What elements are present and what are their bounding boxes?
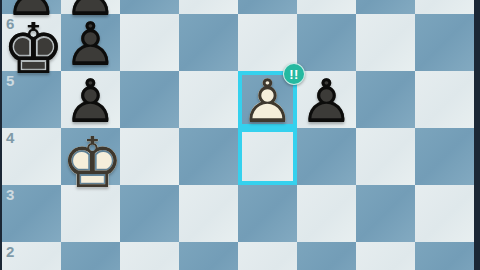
chess-board: !! ♟♙♟♙6♚♔♟♙5♟♙♟♙♟♙4♚♔32	[2, 0, 474, 270]
rank-label-2: 2	[6, 243, 14, 260]
left-edge-bar	[0, 0, 2, 270]
square-c2[interactable]	[120, 242, 179, 270]
rank-label-3: 3	[6, 186, 14, 203]
square-c7[interactable]	[120, 0, 179, 14]
brilliant-move-label: !!	[289, 68, 299, 81]
square-g4[interactable]	[356, 128, 415, 185]
square-b2[interactable]	[61, 242, 120, 270]
square-b6[interactable]: ♟♙	[61, 14, 120, 71]
square-h7[interactable]	[415, 0, 474, 14]
brilliant-move-badge: !!	[283, 63, 305, 85]
square-b4[interactable]: ♚♔	[61, 128, 120, 185]
square-h3[interactable]	[415, 185, 474, 242]
black-pawn-b5[interactable]: ♟♙	[61, 71, 120, 128]
app-background: { "game": "chess", "position": { "fen": …	[0, 0, 480, 270]
square-h5[interactable]	[415, 71, 474, 128]
square-e3[interactable]	[238, 185, 297, 242]
square-e6[interactable]	[238, 14, 297, 71]
square-a4[interactable]: 4	[2, 128, 61, 185]
black-pawn-f5[interactable]: ♟♙	[297, 71, 356, 128]
square-f5[interactable]: ♟♙	[297, 71, 356, 128]
square-e2[interactable]	[238, 242, 297, 270]
square-b5[interactable]: ♟♙	[61, 71, 120, 128]
square-f7[interactable]	[297, 0, 356, 14]
square-d7[interactable]	[179, 0, 238, 14]
square-h4[interactable]	[415, 128, 474, 185]
square-g3[interactable]	[356, 185, 415, 242]
square-a3[interactable]: 3	[2, 185, 61, 242]
square-f2[interactable]	[297, 242, 356, 270]
black-king-a6[interactable]: ♚♔	[2, 14, 61, 71]
square-d4[interactable]	[179, 128, 238, 185]
square-c3[interactable]	[120, 185, 179, 242]
square-a6[interactable]: 6♚♔	[2, 14, 61, 71]
square-d3[interactable]	[179, 185, 238, 242]
square-f6[interactable]	[297, 14, 356, 71]
square-a2[interactable]: 2	[2, 242, 61, 270]
square-c6[interactable]	[120, 14, 179, 71]
square-f3[interactable]	[297, 185, 356, 242]
square-d6[interactable]	[179, 14, 238, 71]
square-h6[interactable]	[415, 14, 474, 71]
square-g6[interactable]	[356, 14, 415, 71]
white-king-b4[interactable]: ♚♔	[61, 128, 120, 185]
black-pawn-b6[interactable]: ♟♙	[61, 14, 120, 71]
square-g7[interactable]	[356, 0, 415, 14]
square-d5[interactable]	[179, 71, 238, 128]
square-g5[interactable]	[356, 71, 415, 128]
square-c5[interactable]	[120, 71, 179, 128]
square-f4[interactable]	[297, 128, 356, 185]
square-e7[interactable]	[238, 0, 297, 14]
square-h2[interactable]	[415, 242, 474, 270]
rank-label-4: 4	[6, 129, 14, 146]
square-g2[interactable]	[356, 242, 415, 270]
square-e4[interactable]	[238, 128, 297, 185]
square-c4[interactable]	[120, 128, 179, 185]
square-d2[interactable]	[179, 242, 238, 270]
right-edge-bar	[474, 0, 480, 270]
